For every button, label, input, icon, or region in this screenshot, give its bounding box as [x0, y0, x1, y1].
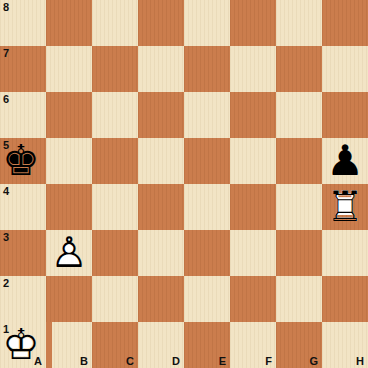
square-g1[interactable]: G: [276, 322, 322, 368]
square-c1[interactable]: C: [92, 322, 138, 368]
square-e2[interactable]: [184, 276, 230, 322]
square-g3[interactable]: [276, 230, 322, 276]
rank-label-1: 1: [3, 323, 9, 335]
square-a5[interactable]: 5♚: [0, 138, 46, 184]
rank-label-3: 3: [3, 231, 9, 243]
square-c8[interactable]: [92, 0, 138, 46]
square-b4[interactable]: [46, 184, 92, 230]
piece-black-pawn: ♟: [322, 138, 368, 184]
square-h6[interactable]: [322, 92, 368, 138]
square-g2[interactable]: [276, 276, 322, 322]
square-f6[interactable]: [230, 92, 276, 138]
square-c3[interactable]: [92, 230, 138, 276]
square-f5[interactable]: [230, 138, 276, 184]
square-b7[interactable]: [46, 46, 92, 92]
square-e8[interactable]: [184, 0, 230, 46]
square-c2[interactable]: [92, 276, 138, 322]
rank-label-6: 6: [3, 93, 9, 105]
square-c7[interactable]: [92, 46, 138, 92]
square-h4[interactable]: ♜♖: [322, 184, 368, 230]
square-f8[interactable]: [230, 0, 276, 46]
square-e1[interactable]: E: [184, 322, 230, 368]
rank-label-2: 2: [3, 277, 9, 289]
square-f1[interactable]: F: [230, 322, 276, 368]
square-a2[interactable]: 2: [0, 276, 46, 322]
chess-board: 8765♚♟4♜♖3♟♙21A♚♔BCDEFGH: [0, 0, 368, 368]
square-f2[interactable]: [230, 276, 276, 322]
square-f3[interactable]: [230, 230, 276, 276]
square-d5[interactable]: [138, 138, 184, 184]
square-b6[interactable]: [46, 92, 92, 138]
square-f4[interactable]: [230, 184, 276, 230]
file-label-c: C: [126, 356, 134, 367]
rank-label-7: 7: [3, 47, 9, 59]
file-label-e: E: [219, 356, 226, 367]
square-a6[interactable]: 6: [0, 92, 46, 138]
file-label-d: D: [172, 356, 180, 367]
square-h3[interactable]: [322, 230, 368, 276]
square-e7[interactable]: [184, 46, 230, 92]
square-a3[interactable]: 3: [0, 230, 46, 276]
square-h1[interactable]: H: [322, 322, 368, 368]
square-e5[interactable]: [184, 138, 230, 184]
square-c6[interactable]: [92, 92, 138, 138]
square-b1[interactable]: B: [46, 322, 92, 368]
square-f7[interactable]: [230, 46, 276, 92]
square-h8[interactable]: [322, 0, 368, 46]
square-h2[interactable]: [322, 276, 368, 322]
file-label-a: A: [34, 356, 42, 367]
square-c4[interactable]: [92, 184, 138, 230]
square-e4[interactable]: [184, 184, 230, 230]
piece-white-rook: ♜♖: [322, 184, 368, 230]
square-a8[interactable]: 8: [0, 0, 46, 46]
file-label-b: B: [80, 356, 88, 367]
square-g6[interactable]: [276, 92, 322, 138]
square-a4[interactable]: 4: [0, 184, 46, 230]
square-c5[interactable]: [92, 138, 138, 184]
square-d3[interactable]: [138, 230, 184, 276]
square-b8[interactable]: [46, 0, 92, 46]
square-e6[interactable]: [184, 92, 230, 138]
square-g8[interactable]: [276, 0, 322, 46]
rank-label-5: 5: [3, 139, 9, 151]
rank-label-8: 8: [3, 1, 9, 13]
rank-label-4: 4: [3, 185, 9, 197]
piece-white-pawn: ♟♙: [46, 230, 92, 276]
file-label-g: G: [309, 356, 318, 367]
square-b3[interactable]: ♟♙: [46, 230, 92, 276]
file-label-f: F: [265, 356, 272, 367]
square-g7[interactable]: [276, 46, 322, 92]
square-a7[interactable]: 7: [0, 46, 46, 92]
square-d8[interactable]: [138, 0, 184, 46]
file-label-h: H: [356, 356, 364, 367]
square-h5[interactable]: ♟: [322, 138, 368, 184]
square-g5[interactable]: [276, 138, 322, 184]
square-d2[interactable]: [138, 276, 184, 322]
board-texture-seam: [46, 322, 52, 368]
square-d4[interactable]: [138, 184, 184, 230]
square-b5[interactable]: [46, 138, 92, 184]
square-e3[interactable]: [184, 230, 230, 276]
square-a1[interactable]: 1A♚♔: [0, 322, 46, 368]
square-h7[interactable]: [322, 46, 368, 92]
square-b2[interactable]: [46, 276, 92, 322]
square-d6[interactable]: [138, 92, 184, 138]
square-d1[interactable]: D: [138, 322, 184, 368]
square-d7[interactable]: [138, 46, 184, 92]
square-g4[interactable]: [276, 184, 322, 230]
